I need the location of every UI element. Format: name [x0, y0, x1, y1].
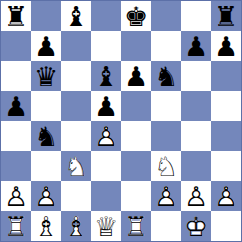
piece-white-rook[interactable]: ♜♖ — [121, 211, 151, 241]
square-b2[interactable]: ♟♙ — [31, 181, 61, 211]
square-d8[interactable] — [91, 1, 121, 31]
square-d6[interactable]: ♝ — [91, 61, 121, 91]
chess-board: ♜♝♚♜♟♟♟♛♝♟♞♟♟♞♟♙♞♘♞♘♟♙♟♙♟♙♟♙♟♙♜♖♝♗♝♗♛♕♜♖… — [0, 0, 242, 242]
piece-white-king[interactable]: ♚♔ — [181, 211, 211, 241]
square-e1[interactable]: ♜♖ — [121, 211, 151, 241]
piece-white-knight[interactable]: ♞♘ — [61, 151, 91, 181]
piece-black-rook[interactable]: ♜ — [1, 1, 31, 31]
piece-black-bishop[interactable]: ♝ — [91, 61, 121, 91]
piece-white-pawn[interactable]: ♟♙ — [211, 181, 241, 211]
square-h2[interactable]: ♟♙ — [211, 181, 241, 211]
piece-white-pawn[interactable]: ♟♙ — [1, 181, 31, 211]
square-d7[interactable] — [91, 31, 121, 61]
square-h1[interactable] — [211, 211, 241, 241]
piece-white-pawn[interactable]: ♟♙ — [181, 181, 211, 211]
square-h6[interactable] — [211, 61, 241, 91]
square-a7[interactable] — [1, 31, 31, 61]
square-f1[interactable] — [151, 211, 181, 241]
square-f8[interactable] — [151, 1, 181, 31]
square-f5[interactable] — [151, 91, 181, 121]
square-h3[interactable] — [211, 151, 241, 181]
square-b4[interactable]: ♞ — [31, 121, 61, 151]
square-b1[interactable]: ♝♗ — [31, 211, 61, 241]
square-b6[interactable]: ♛ — [31, 61, 61, 91]
square-a8[interactable]: ♜ — [1, 1, 31, 31]
piece-black-rook[interactable]: ♜ — [211, 1, 241, 31]
square-d3[interactable] — [91, 151, 121, 181]
square-c7[interactable] — [61, 31, 91, 61]
square-f3[interactable]: ♞♘ — [151, 151, 181, 181]
square-d5[interactable]: ♟ — [91, 91, 121, 121]
piece-white-queen[interactable]: ♛♕ — [91, 211, 121, 241]
square-e4[interactable] — [121, 121, 151, 151]
square-a1[interactable]: ♜♖ — [1, 211, 31, 241]
piece-white-rook[interactable]: ♜♖ — [1, 211, 31, 241]
square-g7[interactable]: ♟ — [181, 31, 211, 61]
square-c4[interactable] — [61, 121, 91, 151]
piece-black-pawn[interactable]: ♟ — [211, 31, 241, 61]
square-d2[interactable] — [91, 181, 121, 211]
square-h5[interactable] — [211, 91, 241, 121]
piece-white-bishop[interactable]: ♝♗ — [61, 211, 91, 241]
piece-black-pawn[interactable]: ♟ — [121, 61, 151, 91]
square-g2[interactable]: ♟♙ — [181, 181, 211, 211]
square-f2[interactable]: ♟♙ — [151, 181, 181, 211]
piece-white-bishop[interactable]: ♝♗ — [31, 211, 61, 241]
square-g5[interactable] — [181, 91, 211, 121]
square-f4[interactable] — [151, 121, 181, 151]
square-g8[interactable] — [181, 1, 211, 31]
piece-black-bishop[interactable]: ♝ — [61, 1, 91, 31]
piece-black-knight[interactable]: ♞ — [151, 61, 181, 91]
square-d4[interactable]: ♟♙ — [91, 121, 121, 151]
piece-black-pawn[interactable]: ♟ — [181, 31, 211, 61]
square-e5[interactable] — [121, 91, 151, 121]
square-h7[interactable]: ♟ — [211, 31, 241, 61]
square-g1[interactable]: ♚♔ — [181, 211, 211, 241]
square-b5[interactable] — [31, 91, 61, 121]
piece-white-knight[interactable]: ♞♘ — [151, 151, 181, 181]
square-d1[interactable]: ♛♕ — [91, 211, 121, 241]
square-e3[interactable] — [121, 151, 151, 181]
piece-black-pawn[interactable]: ♟ — [31, 31, 61, 61]
piece-white-pawn[interactable]: ♟♙ — [31, 181, 61, 211]
square-g4[interactable] — [181, 121, 211, 151]
piece-black-queen[interactable]: ♛ — [31, 61, 61, 91]
square-b3[interactable] — [31, 151, 61, 181]
square-f6[interactable]: ♞ — [151, 61, 181, 91]
square-a4[interactable] — [1, 121, 31, 151]
square-c5[interactable] — [61, 91, 91, 121]
square-a6[interactable] — [1, 61, 31, 91]
square-a3[interactable] — [1, 151, 31, 181]
square-e7[interactable] — [121, 31, 151, 61]
piece-white-pawn[interactable]: ♟♙ — [151, 181, 181, 211]
square-f7[interactable] — [151, 31, 181, 61]
square-c3[interactable]: ♞♘ — [61, 151, 91, 181]
square-a5[interactable]: ♟ — [1, 91, 31, 121]
square-e8[interactable]: ♚ — [121, 1, 151, 31]
piece-black-pawn[interactable]: ♟ — [91, 91, 121, 121]
square-a2[interactable]: ♟♙ — [1, 181, 31, 211]
piece-black-king[interactable]: ♚ — [121, 1, 151, 31]
square-c1[interactable]: ♝♗ — [61, 211, 91, 241]
square-b7[interactable]: ♟ — [31, 31, 61, 61]
square-g3[interactable] — [181, 151, 211, 181]
square-c8[interactable]: ♝ — [61, 1, 91, 31]
square-c2[interactable] — [61, 181, 91, 211]
piece-white-pawn[interactable]: ♟♙ — [91, 121, 121, 151]
square-h8[interactable]: ♜ — [211, 1, 241, 31]
square-b8[interactable] — [31, 1, 61, 31]
square-e6[interactable]: ♟ — [121, 61, 151, 91]
square-h4[interactable] — [211, 121, 241, 151]
square-c6[interactable] — [61, 61, 91, 91]
square-e2[interactable] — [121, 181, 151, 211]
square-g6[interactable] — [181, 61, 211, 91]
piece-black-knight[interactable]: ♞ — [31, 121, 61, 151]
piece-black-pawn[interactable]: ♟ — [1, 91, 31, 121]
